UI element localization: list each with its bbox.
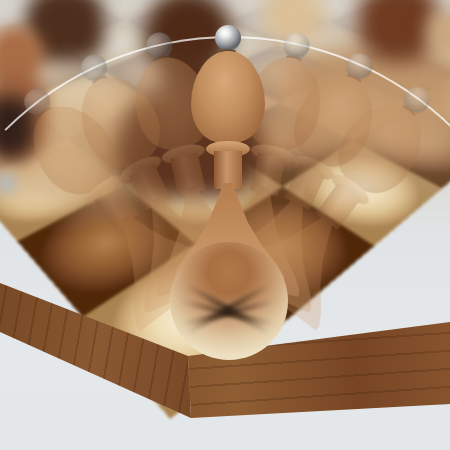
wobble-chess-photo [0, 0, 450, 450]
chrome-ball-finial [215, 25, 241, 51]
piece-head [191, 51, 265, 143]
